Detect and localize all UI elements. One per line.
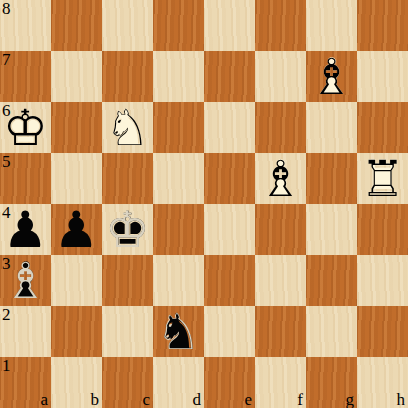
white-knight-outline: ♘ (105, 103, 150, 153)
square-c5[interactable] (102, 153, 153, 204)
square-a8[interactable]: 8 (0, 0, 51, 51)
square-a5[interactable]: 5 (0, 153, 51, 204)
black-pawn-glyph: ♟ (54, 205, 99, 255)
square-e4[interactable] (204, 204, 255, 255)
square-g4[interactable] (306, 204, 357, 255)
square-d6[interactable] (153, 102, 204, 153)
square-f6[interactable] (255, 102, 306, 153)
white-bishop-outline: ♗ (309, 52, 354, 102)
square-b6[interactable] (51, 102, 102, 153)
file-label-b: b (91, 391, 100, 408)
square-h7[interactable] (357, 51, 408, 102)
chess-board: 87♝♗6♚♔♞♘5♝♗♜♖4♟♟♚♔3♝♗2♞♘1abcdefgh (0, 0, 408, 408)
square-f7[interactable] (255, 51, 306, 102)
square-d7[interactable] (153, 51, 204, 102)
black-bishop[interactable]: ♝♗ (0, 255, 51, 306)
black-pawn[interactable]: ♟ (51, 204, 102, 255)
square-c6[interactable]: ♞♘ (102, 102, 153, 153)
file-label-e: e (244, 391, 252, 408)
square-f4[interactable] (255, 204, 306, 255)
square-f1[interactable]: f (255, 357, 306, 408)
rank-label-1: 1 (2, 357, 11, 375)
square-f8[interactable] (255, 0, 306, 51)
square-c2[interactable] (102, 306, 153, 357)
white-knight[interactable]: ♞♘ (102, 102, 153, 153)
black-pawn[interactable]: ♟ (0, 204, 51, 255)
square-f2[interactable] (255, 306, 306, 357)
square-b7[interactable] (51, 51, 102, 102)
black-bishop-outline: ♗ (3, 256, 48, 306)
black-king-outline: ♔ (105, 205, 150, 255)
square-h2[interactable] (357, 306, 408, 357)
black-pawn-glyph: ♟ (3, 205, 48, 255)
white-bishop[interactable]: ♝♗ (306, 51, 357, 102)
square-d1[interactable]: d (153, 357, 204, 408)
black-knight-outline: ♘ (156, 307, 201, 357)
square-g6[interactable] (306, 102, 357, 153)
square-g1[interactable]: g (306, 357, 357, 408)
square-g8[interactable] (306, 0, 357, 51)
square-d8[interactable] (153, 0, 204, 51)
white-rook-outline: ♖ (360, 154, 405, 204)
black-knight[interactable]: ♞♘ (153, 306, 204, 357)
file-label-f: f (297, 391, 303, 408)
square-e7[interactable] (204, 51, 255, 102)
square-e5[interactable] (204, 153, 255, 204)
file-label-h: h (397, 391, 406, 408)
square-a2[interactable]: 2 (0, 306, 51, 357)
white-bishop-outline: ♗ (258, 154, 303, 204)
square-h5[interactable]: ♜♖ (357, 153, 408, 204)
square-b2[interactable] (51, 306, 102, 357)
square-d5[interactable] (153, 153, 204, 204)
square-c4[interactable]: ♚♔ (102, 204, 153, 255)
square-d4[interactable] (153, 204, 204, 255)
square-b8[interactable] (51, 0, 102, 51)
square-g5[interactable] (306, 153, 357, 204)
black-king[interactable]: ♚♔ (102, 204, 153, 255)
file-label-d: d (193, 391, 202, 408)
square-g7[interactable]: ♝♗ (306, 51, 357, 102)
square-c3[interactable] (102, 255, 153, 306)
square-a4[interactable]: 4♟ (0, 204, 51, 255)
square-e3[interactable] (204, 255, 255, 306)
white-king-outline: ♔ (3, 103, 48, 153)
square-c7[interactable] (102, 51, 153, 102)
square-b1[interactable]: b (51, 357, 102, 408)
file-label-c: c (142, 391, 150, 408)
rank-label-8: 8 (2, 0, 11, 18)
square-a6[interactable]: 6♚♔ (0, 102, 51, 153)
square-e8[interactable] (204, 0, 255, 51)
white-bishop[interactable]: ♝♗ (255, 153, 306, 204)
square-a7[interactable]: 7 (0, 51, 51, 102)
square-g2[interactable] (306, 306, 357, 357)
square-c8[interactable] (102, 0, 153, 51)
square-a1[interactable]: 1a (0, 357, 51, 408)
square-f3[interactable] (255, 255, 306, 306)
white-king[interactable]: ♚♔ (0, 102, 51, 153)
square-b5[interactable] (51, 153, 102, 204)
square-h8[interactable] (357, 0, 408, 51)
square-h1[interactable]: h (357, 357, 408, 408)
square-c1[interactable]: c (102, 357, 153, 408)
square-d3[interactable] (153, 255, 204, 306)
square-a3[interactable]: 3♝♗ (0, 255, 51, 306)
square-e6[interactable] (204, 102, 255, 153)
square-g3[interactable] (306, 255, 357, 306)
white-rook[interactable]: ♜♖ (357, 153, 408, 204)
square-h6[interactable] (357, 102, 408, 153)
square-h3[interactable] (357, 255, 408, 306)
square-e2[interactable] (204, 306, 255, 357)
square-e1[interactable]: e (204, 357, 255, 408)
square-f5[interactable]: ♝♗ (255, 153, 306, 204)
rank-label-7: 7 (2, 51, 11, 69)
square-d2[interactable]: ♞♘ (153, 306, 204, 357)
square-h4[interactable] (357, 204, 408, 255)
square-b3[interactable] (51, 255, 102, 306)
file-label-a: a (40, 391, 48, 408)
file-label-g: g (346, 391, 355, 408)
square-b4[interactable]: ♟ (51, 204, 102, 255)
